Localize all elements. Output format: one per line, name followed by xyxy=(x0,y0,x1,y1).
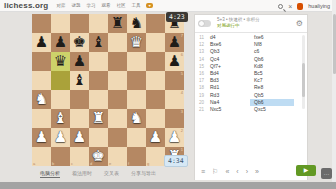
move-14-w[interactable]: Qc4 xyxy=(206,56,250,63)
search-icon[interactable] xyxy=(278,4,283,9)
white-bishop[interactable]: ♝ xyxy=(51,108,70,128)
square-h7[interactable]: 7♟ xyxy=(165,33,184,52)
square-f1[interactable]: f xyxy=(127,147,146,166)
move-16-b[interactable]: Bc5 xyxy=(250,70,294,77)
square-e5[interactable] xyxy=(108,71,127,90)
white-rook[interactable]: ♜ xyxy=(89,108,108,128)
last-move-button[interactable]: » xyxy=(255,167,259,177)
square-g6[interactable] xyxy=(146,52,165,71)
move-number: 21 xyxy=(195,107,206,112)
move-number: 20 xyxy=(195,100,206,105)
square-h3[interactable]: 3 xyxy=(165,109,184,128)
black-bishop[interactable]: ♝ xyxy=(89,32,108,52)
square-d3[interactable]: ♜ xyxy=(89,109,108,128)
square-f3[interactable]: ♞ xyxy=(127,109,146,128)
move-number: 11 xyxy=(195,35,206,40)
black-clock: 4:23 xyxy=(166,12,188,22)
black-knight[interactable]: ♞ xyxy=(127,13,146,33)
square-a6[interactable] xyxy=(32,52,51,71)
rank-coord: 4 xyxy=(181,91,183,95)
move-14-b[interactable]: Qb6 xyxy=(250,56,294,63)
square-a2[interactable]: ♟ xyxy=(32,128,51,147)
page-scrollbar-thumb[interactable] xyxy=(333,14,336,74)
square-g7[interactable] xyxy=(146,33,165,52)
move-19-w[interactable]: Rd3 xyxy=(206,92,250,99)
move-row: 12Bxe6Nf8 xyxy=(195,41,301,48)
white-pawn[interactable]: ♟ xyxy=(51,127,70,147)
tab-3[interactable]: 分享与导出 xyxy=(131,170,156,178)
nav-item-learn[interactable]: 学习 xyxy=(86,3,95,8)
file-coord: f xyxy=(128,162,129,166)
square-e4[interactable] xyxy=(108,90,127,109)
movelist-scrollbar[interactable] xyxy=(302,35,305,109)
move-17-b[interactable]: Kc7 xyxy=(250,77,294,84)
panel-header: 5+3 • 快速棋 • 非积分 对局进行中 ⚙ xyxy=(195,15,307,33)
move-row: 13Qb3c6 xyxy=(195,48,301,55)
move-18-b[interactable]: Re8 xyxy=(250,84,294,91)
movelist-scrollbar-thumb[interactable] xyxy=(302,63,305,97)
white-king[interactable]: ♚ xyxy=(89,146,108,166)
square-a7[interactable]: ♟ xyxy=(32,33,51,52)
file-coord: b xyxy=(52,162,54,166)
square-a8[interactable] xyxy=(32,14,51,33)
square-a5[interactable] xyxy=(32,71,51,90)
prev-move-button[interactable]: ‹ xyxy=(236,167,238,177)
square-e3[interactable] xyxy=(108,109,127,128)
move-number: 15 xyxy=(195,64,206,69)
square-g8[interactable] xyxy=(146,14,165,33)
square-c4[interactable] xyxy=(70,90,89,109)
white-pawn[interactable]: ♟ xyxy=(146,127,165,147)
square-d1[interactable]: d♚ xyxy=(89,147,108,166)
file-coord: a xyxy=(33,162,35,166)
engine-toggle[interactable] xyxy=(198,20,211,27)
square-g1[interactable]: g xyxy=(146,147,165,166)
square-f2[interactable] xyxy=(127,128,146,147)
rank-coord: 5 xyxy=(181,72,183,76)
black-pawn[interactable]: ♟ xyxy=(165,32,184,52)
move-row: 14Qc4Qb6 xyxy=(195,56,301,63)
tab-2[interactable]: 交叉表 xyxy=(104,170,119,178)
move-number: 19 xyxy=(195,93,206,98)
square-d7[interactable]: ♝ xyxy=(89,33,108,52)
square-b3[interactable]: ♝ xyxy=(51,109,70,128)
menu-icon[interactable]: ≡ xyxy=(201,167,205,177)
move-12-b[interactable]: Nf8 xyxy=(250,41,294,48)
white-pawn[interactable]: ♟ xyxy=(32,127,51,147)
square-h5[interactable]: 5 xyxy=(165,71,184,90)
move-number: 12 xyxy=(195,42,206,47)
move-row: 16Bd4Bc5 xyxy=(195,70,301,77)
move-number: 16 xyxy=(195,71,206,76)
square-b5[interactable] xyxy=(51,71,70,90)
black-rook[interactable]: ♜ xyxy=(108,13,127,33)
moves-panel: 5+3 • 快速棋 • 非积分 对局进行中 ⚙ 11d4fxe612Bxe6Nf… xyxy=(194,14,308,180)
top-navbar: lichess.org 对弈 谜题 学习 观看 社区 工具 ♥ × hualiy… xyxy=(0,0,336,12)
square-g4[interactable] xyxy=(146,90,165,109)
lichess-page: lichess.org 对弈 谜题 学习 观看 社区 工具 ♥ × hualiy… xyxy=(0,0,336,189)
file-coord: e xyxy=(109,162,111,166)
square-b7[interactable]: ♟ xyxy=(51,33,70,52)
nav-item-community[interactable]: 社区 xyxy=(116,3,125,8)
square-g3[interactable] xyxy=(146,109,165,128)
square-b1[interactable]: b xyxy=(51,147,70,166)
move-18-w[interactable]: Rd1 xyxy=(206,84,250,91)
nav-menu: 对弈 谜题 学习 观看 社区 工具 xyxy=(56,3,140,8)
move-13-w[interactable]: Qb3 xyxy=(206,48,250,55)
square-f6[interactable] xyxy=(127,52,146,71)
move-number: 17 xyxy=(195,78,206,83)
move-number: 14 xyxy=(195,57,206,62)
move-row: 11d4fxe6 xyxy=(195,34,301,41)
black-queen[interactable]: ♛ xyxy=(51,51,70,71)
black-king[interactable]: ♚ xyxy=(70,32,89,52)
tab-1[interactable]: 着法用时 xyxy=(72,170,92,178)
square-f8[interactable]: ♞ xyxy=(127,14,146,33)
square-c7[interactable]: ♚ xyxy=(70,33,89,52)
square-e2[interactable] xyxy=(108,128,127,147)
nav-item-watch[interactable]: 观看 xyxy=(101,3,110,8)
square-e8[interactable]: ♜ xyxy=(108,14,127,33)
white-pawn[interactable]: ♟ xyxy=(165,127,184,147)
gear-icon[interactable]: ⚙ xyxy=(296,19,303,28)
move-20-b[interactable]: Qb6 xyxy=(250,99,294,106)
square-c8[interactable] xyxy=(70,14,89,33)
move-row: 19Rd3Qb5 xyxy=(195,92,301,99)
black-pawn[interactable]: ♟ xyxy=(51,32,70,52)
white-queen[interactable]: ♛ xyxy=(127,32,146,52)
move-15-b[interactable]: Kd8 xyxy=(250,63,294,70)
move-row: 20Na4Qb6 xyxy=(195,99,301,106)
move-number: 13 xyxy=(195,49,206,54)
chess-board[interactable]: ♜♞8♜♟♟♚♝♛7♟♛♟6♟♝5♞4♝♜♞3♟♟♟♟2♟abcd♚efgh1♜ xyxy=(32,14,184,166)
square-g2[interactable]: ♟ xyxy=(146,128,165,147)
square-f7[interactable]: ♛ xyxy=(127,33,146,52)
close-icon[interactable]: × xyxy=(288,3,292,10)
move-19-b[interactable]: Qb5 xyxy=(250,92,294,99)
square-b4[interactable] xyxy=(51,90,70,109)
move-11-w[interactable]: d4 xyxy=(206,34,250,41)
square-d8[interactable] xyxy=(89,14,108,33)
move-11-b[interactable]: fxe6 xyxy=(250,34,294,41)
lichess-logo[interactable]: lichess.org xyxy=(4,1,48,10)
square-h4[interactable]: 4 xyxy=(165,90,184,109)
move-15-w[interactable]: Qf7+ xyxy=(206,63,250,70)
tab-0[interactable]: 电脑分析 xyxy=(40,170,60,178)
move-controls: ≡⚐«‹›» xyxy=(195,166,307,178)
first-move-button[interactable]: « xyxy=(225,167,229,177)
white-clock: 4:34 xyxy=(164,155,188,167)
black-bishop[interactable]: ♝ xyxy=(70,70,89,90)
white-knight[interactable]: ♞ xyxy=(32,89,51,109)
move-row: 15Qf7+Kd8 xyxy=(195,63,301,70)
square-e7[interactable] xyxy=(108,33,127,52)
white-pawn[interactable]: ♟ xyxy=(70,127,89,147)
game-meta: 5+3 • 快速棋 • 非积分 对局进行中 xyxy=(217,17,287,29)
move-list: 11d4fxe612Bxe6Nf813Qb3c614Qc4Qb615Qf7+Kd… xyxy=(195,34,301,113)
move-20-w[interactable]: Na4 xyxy=(206,99,250,106)
file-coord: g xyxy=(147,162,149,166)
square-c5[interactable]: ♝ xyxy=(70,71,89,90)
square-b8[interactable] xyxy=(51,14,70,33)
square-d2[interactable] xyxy=(89,128,108,147)
square-d4[interactable] xyxy=(89,90,108,109)
username[interactable]: hualiying xyxy=(308,3,330,9)
nav-item-puzzles[interactable]: 谜题 xyxy=(71,3,80,8)
black-pawn[interactable]: ♟ xyxy=(70,51,89,71)
white-knight[interactable]: ♞ xyxy=(127,108,146,128)
move-13-b[interactable]: c6 xyxy=(250,48,294,55)
move-12-w[interactable]: Bxe6 xyxy=(206,41,250,48)
square-b2[interactable]: ♟ xyxy=(51,128,70,147)
next-move-button[interactable]: › xyxy=(246,167,248,177)
move-number: 18 xyxy=(195,85,206,90)
square-a3[interactable] xyxy=(32,109,51,128)
square-d6[interactable] xyxy=(89,52,108,71)
game-meta-line2: 对局进行中 xyxy=(217,23,287,29)
square-e1[interactable]: e xyxy=(108,147,127,166)
square-c6[interactable]: ♟ xyxy=(70,52,89,71)
nav-right-cluster: × hualiying xyxy=(278,0,330,12)
square-h2[interactable]: 2♟ xyxy=(165,128,184,147)
square-c3[interactable] xyxy=(70,109,89,128)
square-a1[interactable]: a xyxy=(32,147,51,166)
nav-item-tools[interactable]: 工具 xyxy=(131,3,140,8)
file-coord: c xyxy=(71,162,73,166)
flag-icon[interactable]: ⚐ xyxy=(212,167,218,177)
nav-item-play[interactable]: 对弈 xyxy=(56,3,65,8)
bottom-strip xyxy=(0,182,336,189)
square-a4[interactable]: ♞ xyxy=(32,90,51,109)
square-h6[interactable]: 6♟ xyxy=(165,52,184,71)
move-21-b[interactable]: Qxc5 xyxy=(250,106,294,113)
donate-badge[interactable]: ♥ xyxy=(146,3,152,8)
move-row: 21Nxc5Qxc5 xyxy=(195,106,301,113)
toggle-knob xyxy=(199,21,204,26)
move-row: 18Rd1Re8 xyxy=(195,84,301,91)
black-pawn[interactable]: ♟ xyxy=(32,32,51,52)
rank-coord: 3 xyxy=(181,110,183,114)
page-scrollbar[interactable] xyxy=(332,0,336,182)
move-17-w[interactable]: Bd3 xyxy=(206,77,250,84)
move-16-w[interactable]: Bd4 xyxy=(206,70,250,77)
square-g5[interactable] xyxy=(146,71,165,90)
square-f4[interactable] xyxy=(127,90,146,109)
analysis-tabs: 电脑分析着法用时交叉表分享与导出 xyxy=(40,170,156,178)
square-b6[interactable]: ♛ xyxy=(51,52,70,71)
analyze-button[interactable]: ▶ xyxy=(296,165,316,176)
square-c1[interactable]: c xyxy=(70,147,89,166)
black-pawn[interactable]: ♟ xyxy=(165,51,184,71)
square-d5[interactable] xyxy=(89,71,108,90)
move-21-w[interactable]: Nxc5 xyxy=(206,106,250,113)
move-row: 17Bd3Kc7 xyxy=(195,77,301,84)
square-f5[interactable] xyxy=(127,71,146,90)
patron-icon[interactable] xyxy=(297,3,303,10)
square-c2[interactable]: ♟ xyxy=(70,128,89,147)
chat-fab[interactable]: … xyxy=(321,168,332,179)
square-e6[interactable] xyxy=(108,52,127,71)
